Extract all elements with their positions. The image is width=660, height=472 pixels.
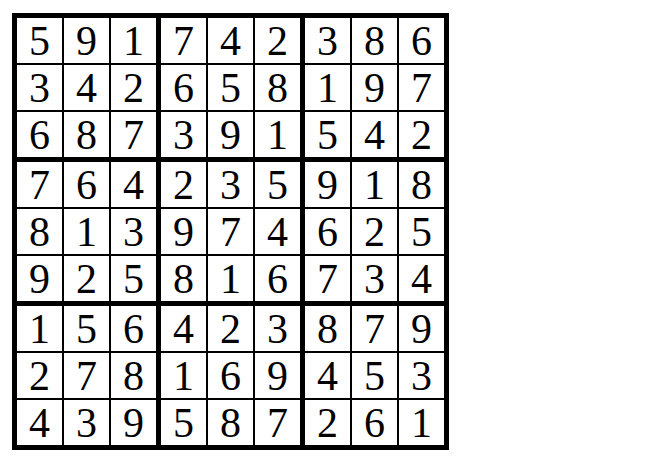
sudoku-box-8: 423169587 (161, 306, 300, 445)
sudoku-cell-r2c9[interactable]: 7 (399, 65, 444, 110)
sudoku-box-9: 879453261 (305, 306, 444, 445)
sudoku-cell-r5c1[interactable]: 8 (17, 209, 62, 254)
sudoku-cell-r9c8[interactable]: 6 (352, 400, 397, 445)
sudoku-cell-r2c3[interactable]: 2 (111, 65, 156, 110)
sudoku-cell-r9c9[interactable]: 1 (399, 400, 444, 445)
sudoku-cell-r2c1[interactable]: 3 (17, 65, 62, 110)
sudoku-cell-r8c5[interactable]: 6 (208, 353, 253, 398)
sudoku-box-7: 156278439 (17, 306, 156, 445)
sudoku-cell-r1c3[interactable]: 1 (111, 18, 156, 63)
sudoku-cell-r2c6[interactable]: 8 (255, 65, 300, 110)
sudoku-cell-r1c5[interactable]: 4 (208, 18, 253, 63)
sudoku-cell-r1c8[interactable]: 8 (352, 18, 397, 63)
sudoku-cell-r3c2[interactable]: 8 (64, 112, 109, 157)
sudoku-cell-r4c9[interactable]: 8 (399, 162, 444, 207)
sudoku-cell-r2c8[interactable]: 9 (352, 65, 397, 110)
sudoku-cell-r3c9[interactable]: 2 (399, 112, 444, 157)
sudoku-cell-r7c9[interactable]: 9 (399, 306, 444, 351)
sudoku-cell-r1c6[interactable]: 2 (255, 18, 300, 63)
sudoku-cell-r4c7[interactable]: 9 (305, 162, 350, 207)
sudoku-cell-r7c7[interactable]: 8 (305, 306, 350, 351)
sudoku-cell-r8c9[interactable]: 3 (399, 353, 444, 398)
sudoku-cell-r6c1[interactable]: 9 (17, 256, 62, 301)
sudoku-cell-r4c1[interactable]: 7 (17, 162, 62, 207)
sudoku-cell-r2c7[interactable]: 1 (305, 65, 350, 110)
sudoku-cell-r4c5[interactable]: 3 (208, 162, 253, 207)
sudoku-cell-r1c9[interactable]: 6 (399, 18, 444, 63)
sudoku-cell-r3c8[interactable]: 4 (352, 112, 397, 157)
sudoku-cell-r4c8[interactable]: 1 (352, 162, 397, 207)
sudoku-cell-r4c3[interactable]: 4 (111, 162, 156, 207)
sudoku-cell-r1c7[interactable]: 3 (305, 18, 350, 63)
sudoku-cell-r8c8[interactable]: 5 (352, 353, 397, 398)
sudoku-cell-r5c7[interactable]: 6 (305, 209, 350, 254)
sudoku-cell-r9c2[interactable]: 3 (64, 400, 109, 445)
sudoku-cell-r8c7[interactable]: 4 (305, 353, 350, 398)
sudoku-cell-r8c2[interactable]: 7 (64, 353, 109, 398)
sudoku-cell-r8c4[interactable]: 1 (161, 353, 206, 398)
sudoku-cell-r5c9[interactable]: 5 (399, 209, 444, 254)
sudoku-cell-r2c5[interactable]: 5 (208, 65, 253, 110)
sudoku-cell-r7c3[interactable]: 6 (111, 306, 156, 351)
sudoku-cell-r6c4[interactable]: 8 (161, 256, 206, 301)
sudoku-box-4: 764813925 (17, 162, 156, 301)
sudoku-cell-r3c6[interactable]: 1 (255, 112, 300, 157)
sudoku-cell-r2c2[interactable]: 4 (64, 65, 109, 110)
sudoku-cell-r5c5[interactable]: 7 (208, 209, 253, 254)
sudoku-cell-r4c6[interactable]: 5 (255, 162, 300, 207)
sudoku-cell-r5c3[interactable]: 3 (111, 209, 156, 254)
sudoku-cell-r4c2[interactable]: 6 (64, 162, 109, 207)
sudoku-cell-r1c2[interactable]: 9 (64, 18, 109, 63)
sudoku-cell-r9c3[interactable]: 9 (111, 400, 156, 445)
sudoku-cell-r9c6[interactable]: 7 (255, 400, 300, 445)
sudoku-cell-r6c7[interactable]: 7 (305, 256, 350, 301)
sudoku-cell-r5c4[interactable]: 9 (161, 209, 206, 254)
sudoku-cell-r7c6[interactable]: 3 (255, 306, 300, 351)
sudoku-cell-r6c2[interactable]: 2 (64, 256, 109, 301)
sudoku-cell-r3c3[interactable]: 7 (111, 112, 156, 157)
sudoku-cell-r6c6[interactable]: 6 (255, 256, 300, 301)
sudoku-box-3: 386197542 (305, 18, 444, 157)
sudoku-cell-r8c3[interactable]: 8 (111, 353, 156, 398)
sudoku-cell-r3c1[interactable]: 6 (17, 112, 62, 157)
sudoku-board: 5913426877426583913861975427648139252359… (12, 13, 449, 450)
sudoku-cell-r4c4[interactable]: 2 (161, 162, 206, 207)
sudoku-cell-r9c1[interactable]: 4 (17, 400, 62, 445)
sudoku-cell-r9c4[interactable]: 5 (161, 400, 206, 445)
sudoku-cell-r1c1[interactable]: 5 (17, 18, 62, 63)
sudoku-box-5: 235974816 (161, 162, 300, 301)
sudoku-cell-r9c5[interactable]: 8 (208, 400, 253, 445)
sudoku-cell-r7c1[interactable]: 1 (17, 306, 62, 351)
sudoku-cell-r6c9[interactable]: 4 (399, 256, 444, 301)
sudoku-cell-r7c2[interactable]: 5 (64, 306, 109, 351)
sudoku-cell-r6c5[interactable]: 1 (208, 256, 253, 301)
sudoku-cell-r2c4[interactable]: 6 (161, 65, 206, 110)
sudoku-cell-r3c7[interactable]: 5 (305, 112, 350, 157)
sudoku-box-2: 742658391 (161, 18, 300, 157)
sudoku-cell-r9c7[interactable]: 2 (305, 400, 350, 445)
page: 5913426877426583913861975427648139252359… (0, 0, 660, 472)
sudoku-cell-r1c4[interactable]: 7 (161, 18, 206, 63)
sudoku-cell-r7c4[interactable]: 4 (161, 306, 206, 351)
sudoku-cell-r7c5[interactable]: 2 (208, 306, 253, 351)
sudoku-cell-r7c8[interactable]: 7 (352, 306, 397, 351)
sudoku-cell-r3c5[interactable]: 9 (208, 112, 253, 157)
sudoku-cell-r8c1[interactable]: 2 (17, 353, 62, 398)
sudoku-cell-r3c4[interactable]: 3 (161, 112, 206, 157)
sudoku-cell-r6c3[interactable]: 5 (111, 256, 156, 301)
sudoku-cell-r5c8[interactable]: 2 (352, 209, 397, 254)
sudoku-box-6: 918625734 (305, 162, 444, 301)
sudoku-cell-r8c6[interactable]: 9 (255, 353, 300, 398)
sudoku-cell-r5c2[interactable]: 1 (64, 209, 109, 254)
sudoku-cell-r5c6[interactable]: 4 (255, 209, 300, 254)
sudoku-box-1: 591342687 (17, 18, 156, 157)
sudoku-cell-r6c8[interactable]: 3 (352, 256, 397, 301)
